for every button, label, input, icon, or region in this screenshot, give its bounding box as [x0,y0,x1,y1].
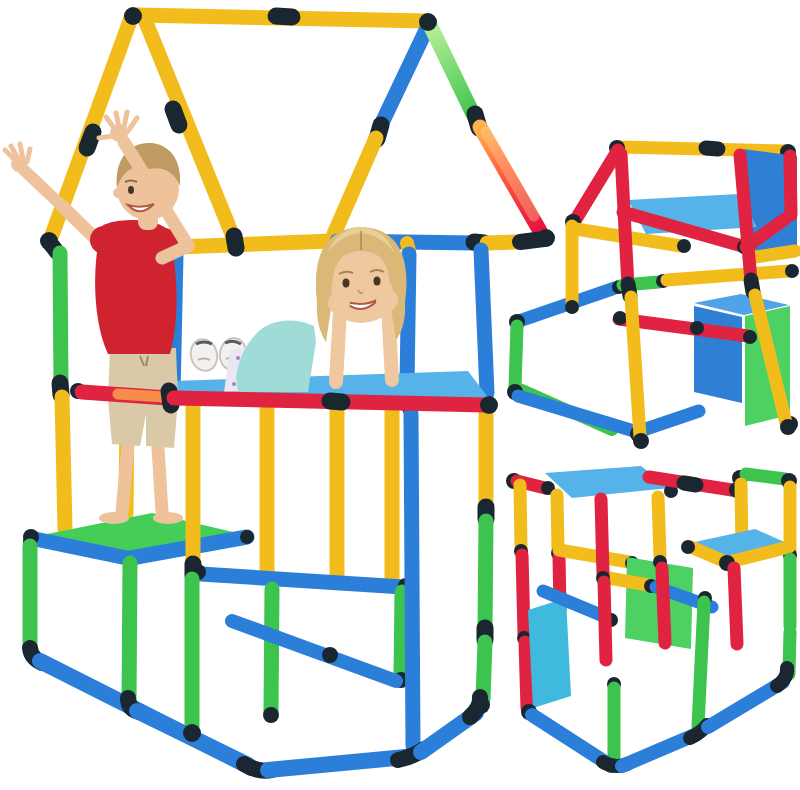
cage-teal-panel [528,598,571,708]
cube-blue-panel [694,306,742,403]
boy-left-hand [5,144,30,162]
product-photo-stage [0,0,800,790]
climbing-cage [506,466,797,766]
play-set-illustration [0,0,800,790]
boy-figure [5,112,188,524]
girl-top [236,320,316,392]
tower-gym [507,140,799,449]
